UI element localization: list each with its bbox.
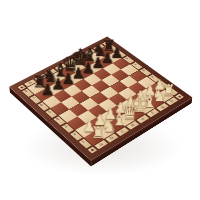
product-photo: ◆abcdefgh◆8♜♞♝♛♚♝♞♜87♟♟♟♟♟♟♟♟7665544332♟… — [0, 0, 200, 200]
